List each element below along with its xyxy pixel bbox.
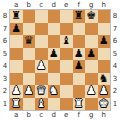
square-b2[interactable]: ♟	[23, 85, 36, 98]
square-f6[interactable]	[73, 35, 86, 48]
coord-label-d: d	[48, 0, 61, 10]
square-e7[interactable]	[60, 23, 73, 36]
piece-white-rook: ♜	[74, 98, 84, 111]
square-e8[interactable]	[60, 10, 73, 23]
square-f7[interactable]	[73, 23, 86, 36]
coord-label-3: 3	[110, 73, 120, 86]
square-c3[interactable]	[35, 73, 48, 86]
piece-black-knight: ♞	[99, 73, 109, 86]
file-labels-bottom: abcdefgh	[10, 110, 110, 120]
square-b5[interactable]	[23, 48, 36, 61]
piece-white-bishop: ♝	[36, 98, 46, 111]
square-h3[interactable]: ♞	[98, 73, 111, 86]
square-g1[interactable]	[85, 98, 98, 111]
square-b3[interactable]	[23, 73, 36, 86]
coord-label-e: e	[60, 110, 73, 120]
piece-white-rook: ♜	[11, 98, 21, 111]
square-c2[interactable]: ♛	[35, 85, 48, 98]
piece-white-pawn: ♟	[11, 85, 21, 98]
coord-label-h: h	[98, 110, 111, 120]
square-a2[interactable]: ♟	[10, 85, 23, 98]
square-e6[interactable]: ♝	[60, 35, 73, 48]
square-a5[interactable]	[10, 48, 23, 61]
square-g6[interactable]	[85, 35, 98, 48]
piece-black-pawn: ♟	[86, 48, 96, 61]
rank-labels-right: 87654321	[110, 10, 120, 110]
square-a1[interactable]: ♜	[10, 98, 23, 111]
piece-black-bishop: ♝	[61, 35, 71, 48]
square-h6[interactable]: ♟	[98, 35, 111, 48]
square-h4[interactable]	[98, 60, 111, 73]
square-f4[interactable]: ♟	[73, 60, 86, 73]
coord-label-e: e	[60, 0, 73, 10]
square-h5[interactable]	[98, 48, 111, 61]
square-f8[interactable]: ♜	[73, 10, 86, 23]
piece-black-pawn: ♟	[74, 60, 84, 73]
square-h7[interactable]	[98, 23, 111, 36]
square-e5[interactable]	[60, 48, 73, 61]
chess-board-diagram: abcdefgh 87654321 ♜♜♚♟♛♝♟♟♟♟♟♟♞♟♟♛♞♟♟♜♝♜…	[0, 0, 120, 120]
square-b1[interactable]	[23, 98, 36, 111]
square-a7[interactable]: ♟	[10, 23, 23, 36]
square-h2[interactable]: ♟	[98, 85, 111, 98]
coord-label-7: 7	[110, 23, 120, 36]
square-g5[interactable]: ♟	[85, 48, 98, 61]
square-d1[interactable]	[48, 98, 61, 111]
piece-white-queen: ♛	[36, 85, 46, 98]
coord-label-2: 2	[110, 85, 120, 98]
piece-black-pawn: ♟	[74, 48, 84, 61]
square-c7[interactable]	[35, 23, 48, 36]
square-a8[interactable]: ♜	[10, 10, 23, 23]
piece-white-pawn: ♟	[36, 60, 46, 73]
square-d5[interactable]: ♟	[48, 48, 61, 61]
square-e2[interactable]	[60, 85, 73, 98]
piece-black-pawn: ♟	[99, 35, 109, 48]
coord-label-5: 5	[0, 48, 10, 61]
square-b7[interactable]	[23, 23, 36, 36]
coord-label-1: 1	[0, 98, 10, 111]
square-f2[interactable]	[73, 85, 86, 98]
coord-label-d: d	[48, 110, 61, 120]
square-d7[interactable]	[48, 23, 61, 36]
piece-black-pawn: ♟	[11, 23, 21, 36]
coord-label-h: h	[98, 0, 111, 10]
square-c6[interactable]	[35, 35, 48, 48]
square-a6[interactable]	[10, 35, 23, 48]
piece-black-rook: ♜	[74, 10, 84, 23]
square-b6[interactable]: ♛	[23, 35, 36, 48]
square-h8[interactable]	[98, 10, 111, 23]
coord-label-4: 4	[110, 60, 120, 73]
coord-label-8: 8	[0, 10, 10, 23]
piece-black-pawn: ♟	[49, 48, 59, 61]
square-c8[interactable]	[35, 10, 48, 23]
square-g7[interactable]	[85, 23, 98, 36]
piece-black-queen: ♛	[24, 35, 34, 48]
chess-board: ♜♜♚♟♛♝♟♟♟♟♟♟♞♟♟♛♞♟♟♜♝♜♚	[10, 10, 110, 110]
square-f3[interactable]	[73, 73, 86, 86]
coord-label-6: 6	[110, 35, 120, 48]
coord-label-7: 7	[0, 23, 10, 36]
square-c5[interactable]	[35, 48, 48, 61]
coord-label-c: c	[35, 110, 48, 120]
piece-white-pawn: ♟	[24, 85, 34, 98]
square-h1[interactable]: ♚	[98, 98, 111, 111]
piece-black-rook: ♜	[11, 10, 21, 23]
square-a3[interactable]	[10, 73, 23, 86]
coord-label-b: b	[23, 110, 36, 120]
square-d2[interactable]: ♞	[48, 85, 61, 98]
piece-white-king: ♚	[99, 98, 109, 111]
coord-label-8: 8	[110, 10, 120, 23]
square-f5[interactable]: ♟	[73, 48, 86, 61]
coord-label-b: b	[23, 0, 36, 10]
coord-label-4: 4	[0, 60, 10, 73]
square-g3[interactable]	[85, 73, 98, 86]
square-d4[interactable]	[48, 60, 61, 73]
square-g8[interactable]: ♚	[85, 10, 98, 23]
file-labels-top: abcdefgh	[10, 0, 110, 10]
square-d6[interactable]	[48, 35, 61, 48]
piece-white-pawn: ♟	[86, 85, 96, 98]
square-b4[interactable]	[23, 60, 36, 73]
square-g4[interactable]	[85, 60, 98, 73]
square-e4[interactable]	[60, 60, 73, 73]
coord-label-a: a	[10, 110, 23, 120]
piece-white-knight: ♞	[49, 85, 59, 98]
coord-label-c: c	[35, 0, 48, 10]
piece-white-pawn: ♟	[99, 85, 109, 98]
coord-label-a: a	[10, 0, 23, 10]
coord-label-3: 3	[0, 73, 10, 86]
square-d8[interactable]	[48, 10, 61, 23]
coord-label-2: 2	[0, 85, 10, 98]
square-e3[interactable]	[60, 73, 73, 86]
square-d3[interactable]	[48, 73, 61, 86]
square-c1[interactable]: ♝	[35, 98, 48, 111]
square-c4[interactable]: ♟	[35, 60, 48, 73]
square-b8[interactable]	[23, 10, 36, 23]
piece-black-king: ♚	[86, 10, 96, 23]
rank-labels-left: 87654321	[0, 10, 10, 110]
coord-label-f: f	[73, 110, 86, 120]
square-f1[interactable]: ♜	[73, 98, 86, 111]
square-a4[interactable]	[10, 60, 23, 73]
square-g2[interactable]: ♟	[85, 85, 98, 98]
coord-label-g: g	[85, 110, 98, 120]
coord-label-1: 1	[110, 98, 120, 111]
coord-label-f: f	[73, 0, 86, 10]
coord-label-6: 6	[0, 35, 10, 48]
square-e1[interactable]	[60, 98, 73, 111]
coord-label-5: 5	[110, 48, 120, 61]
coord-label-g: g	[85, 0, 98, 10]
